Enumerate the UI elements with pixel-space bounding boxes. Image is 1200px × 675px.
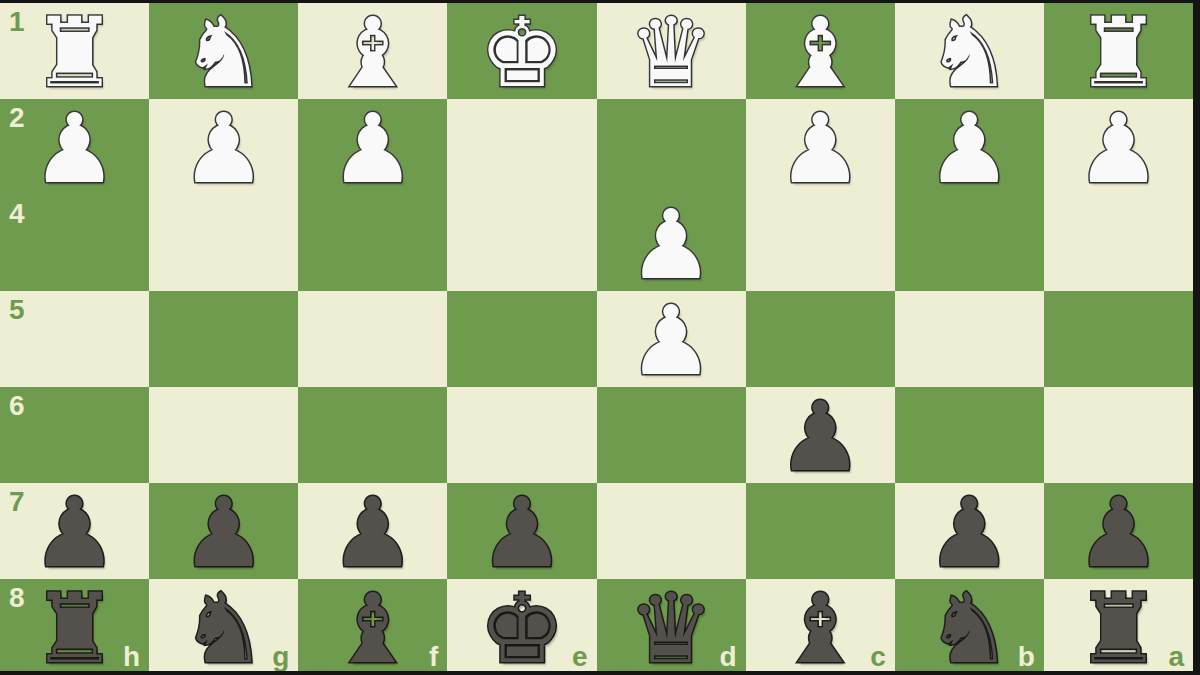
black-pawn[interactable]: ♟	[32, 485, 118, 581]
square-e4[interactable]	[447, 195, 596, 291]
file-label-h: h	[123, 643, 140, 671]
square-c7[interactable]	[746, 483, 895, 579]
square-h8[interactable]: 8h♜	[0, 579, 149, 675]
square-g5[interactable]	[149, 291, 298, 387]
black-king[interactable]: ♚	[479, 581, 565, 675]
white-pawn[interactable]: ♟	[32, 101, 118, 197]
square-h4[interactable]: 4	[0, 195, 149, 291]
square-g1[interactable]: ♞	[149, 3, 298, 99]
square-d1[interactable]: ♛	[597, 3, 746, 99]
square-d4[interactable]: ♟	[597, 195, 746, 291]
square-f4[interactable]	[298, 195, 447, 291]
square-d6[interactable]	[597, 387, 746, 483]
square-g6[interactable]	[149, 387, 298, 483]
letterbox-bottom	[0, 671, 1200, 675]
square-g7[interactable]: ♟	[149, 483, 298, 579]
black-rook[interactable]: ♜	[32, 581, 118, 675]
file-label-f: f	[429, 643, 438, 671]
square-d2[interactable]	[597, 99, 746, 195]
square-a1[interactable]: ♜	[1044, 3, 1193, 99]
square-b7[interactable]: ♟	[895, 483, 1044, 579]
file-label-e: e	[572, 643, 588, 671]
square-f2[interactable]: ♟	[298, 99, 447, 195]
letterbox-top	[0, 0, 1200, 3]
square-d7[interactable]	[597, 483, 746, 579]
square-c1[interactable]: ♝	[746, 3, 895, 99]
file-label-g: g	[272, 643, 289, 671]
square-d5[interactable]: ♟	[597, 291, 746, 387]
square-g4[interactable]	[149, 195, 298, 291]
square-h2[interactable]: 2♟	[0, 99, 149, 195]
chess-board: 1♜♞♝♚♛♝♞♜2♟♟♟♟♟♟34♟5♟6♟7♟♟♟♟♟♟8h♜g♞f♝e♚d…	[0, 3, 1193, 671]
square-e5[interactable]	[447, 291, 596, 387]
square-f7[interactable]: ♟	[298, 483, 447, 579]
file-label-b: b	[1018, 643, 1035, 671]
rank-label-2: 2	[9, 104, 25, 132]
square-h6[interactable]: 6	[0, 387, 149, 483]
square-a6[interactable]	[1044, 387, 1193, 483]
square-e2[interactable]	[447, 99, 596, 195]
black-pawn[interactable]: ♟	[926, 485, 1012, 581]
black-pawn[interactable]: ♟	[777, 389, 863, 485]
square-a5[interactable]	[1044, 291, 1193, 387]
rank-label-8: 8	[9, 584, 25, 612]
white-pawn[interactable]: ♟	[628, 293, 714, 389]
square-c5[interactable]	[746, 291, 895, 387]
square-h5[interactable]: 5	[0, 291, 149, 387]
black-rook[interactable]: ♜	[1075, 581, 1161, 675]
square-h1[interactable]: 1♜	[0, 3, 149, 99]
white-bishop[interactable]: ♝	[777, 5, 863, 101]
white-pawn[interactable]: ♟	[330, 101, 416, 197]
black-pawn[interactable]: ♟	[479, 485, 565, 581]
square-c6[interactable]: ♟	[746, 387, 895, 483]
square-a2[interactable]: ♟	[1044, 99, 1193, 195]
square-c2[interactable]: ♟	[746, 99, 895, 195]
square-h7[interactable]: 7♟	[0, 483, 149, 579]
square-b6[interactable]	[895, 387, 1044, 483]
square-g2[interactable]: ♟	[149, 99, 298, 195]
square-a7[interactable]: ♟	[1044, 483, 1193, 579]
white-pawn[interactable]: ♟	[628, 197, 714, 293]
black-bishop[interactable]: ♝	[777, 581, 863, 675]
black-pawn[interactable]: ♟	[181, 485, 267, 581]
rank-label-6: 6	[9, 392, 25, 420]
black-knight[interactable]: ♞	[181, 581, 267, 675]
square-g8[interactable]: g♞	[149, 579, 298, 675]
white-pawn[interactable]: ♟	[181, 101, 267, 197]
square-e7[interactable]: ♟	[447, 483, 596, 579]
square-d8[interactable]: d♛	[597, 579, 746, 675]
white-rook[interactable]: ♜	[1075, 5, 1161, 101]
square-e1[interactable]: ♚	[447, 3, 596, 99]
black-knight[interactable]: ♞	[926, 581, 1012, 675]
square-a8[interactable]: a♜	[1044, 579, 1193, 675]
square-e8[interactable]: e♚	[447, 579, 596, 675]
rank-label-4: 4	[9, 200, 25, 228]
black-pawn[interactable]: ♟	[1075, 485, 1161, 581]
white-pawn[interactable]: ♟	[777, 101, 863, 197]
square-c8[interactable]: c♝	[746, 579, 895, 675]
file-label-c: c	[870, 643, 886, 671]
square-b2[interactable]: ♟	[895, 99, 1044, 195]
square-a4[interactable]	[1044, 195, 1193, 291]
white-knight[interactable]: ♞	[926, 5, 1012, 101]
white-rook[interactable]: ♜	[32, 5, 118, 101]
square-b5[interactable]	[895, 291, 1044, 387]
black-queen[interactable]: ♛	[628, 581, 714, 675]
square-b1[interactable]: ♞	[895, 3, 1044, 99]
white-knight[interactable]: ♞	[181, 5, 267, 101]
square-f5[interactable]	[298, 291, 447, 387]
rank-label-5: 5	[9, 296, 25, 324]
rank-label-1: 1	[9, 8, 25, 36]
white-bishop[interactable]: ♝	[330, 5, 416, 101]
white-pawn[interactable]: ♟	[926, 101, 1012, 197]
square-c4[interactable]	[746, 195, 895, 291]
file-label-a: a	[1168, 643, 1184, 671]
square-f1[interactable]: ♝	[298, 3, 447, 99]
square-b8[interactable]: b♞	[895, 579, 1044, 675]
file-label-d: d	[720, 643, 737, 671]
black-bishop[interactable]: ♝	[330, 581, 416, 675]
white-king[interactable]: ♚	[479, 5, 565, 101]
square-f8[interactable]: f♝	[298, 579, 447, 675]
white-pawn[interactable]: ♟	[1075, 101, 1161, 197]
square-b4[interactable]	[895, 195, 1044, 291]
white-queen[interactable]: ♛	[628, 5, 714, 101]
rank-label-7: 7	[9, 488, 25, 516]
letterbox-right	[1193, 0, 1200, 675]
black-pawn[interactable]: ♟	[330, 485, 416, 581]
chessboard-screen: 1♜♞♝♚♛♝♞♜2♟♟♟♟♟♟34♟5♟6♟7♟♟♟♟♟♟8h♜g♞f♝e♚d…	[0, 0, 1200, 675]
square-f6[interactable]	[298, 387, 447, 483]
square-e6[interactable]	[447, 387, 596, 483]
